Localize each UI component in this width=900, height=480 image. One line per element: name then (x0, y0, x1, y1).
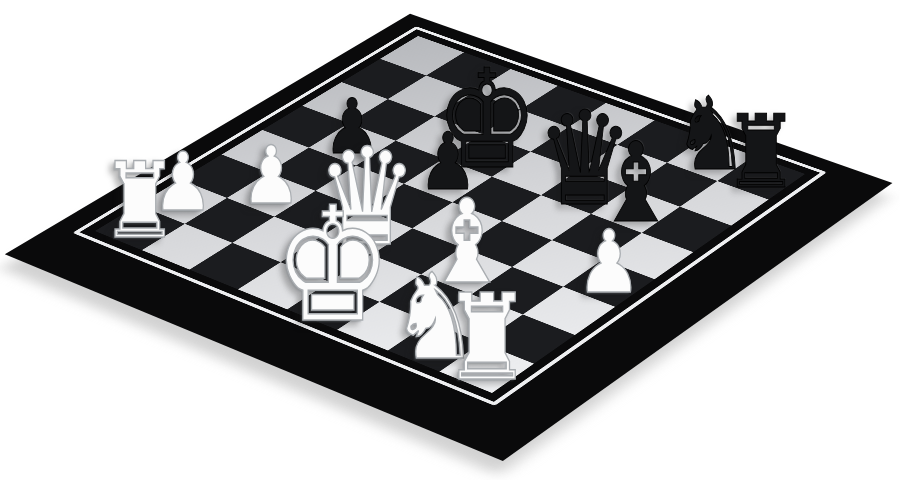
chessboard-product-photo: ♜♟♟♛♚♝♞♜♟♟♟♚♛♝♞♜ (0, 0, 900, 480)
